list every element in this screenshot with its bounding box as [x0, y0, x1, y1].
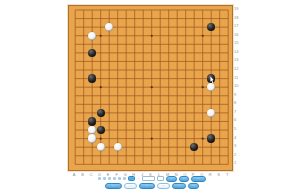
star-point — [202, 86, 204, 88]
nav-first-icon[interactable] — [98, 177, 101, 181]
nav-last-icon[interactable] — [118, 177, 121, 181]
star-point — [100, 35, 102, 37]
star-point — [151, 86, 153, 88]
coord-label-right: 6 — [234, 118, 241, 122]
star-point — [100, 86, 102, 88]
star-point — [202, 35, 204, 37]
move-number-label: ·· — [137, 176, 140, 181]
nav-end-icon[interactable] — [123, 177, 126, 181]
coord-label-right: 11 — [234, 76, 241, 80]
toolbar1-button-2[interactable]: ·· — [179, 176, 189, 182]
toolbar-row-2: ·············· — [0, 183, 304, 190]
coord-label-right: 19 — [234, 7, 241, 11]
coord-label-right: 8 — [234, 101, 241, 105]
coord-label-right: 18 — [234, 16, 241, 20]
coord-label-right: 5 — [234, 127, 241, 131]
toolbar1-button-3[interactable]: ··· — [191, 176, 206, 182]
toolbar2-button-2[interactable]: ·· — [124, 183, 137, 189]
count-input[interactable] — [157, 176, 164, 182]
toolbar2-button-6[interactable]: ·· — [188, 183, 199, 189]
star-point — [100, 138, 102, 140]
toolbar2-button-4[interactable]: ·· — [157, 183, 170, 189]
toolbar1-button-1[interactable]: ·· — [166, 176, 177, 182]
coord-label-right: 15 — [234, 41, 241, 45]
coord-label-right: 3 — [234, 144, 241, 148]
toolbar2-button-3[interactable]: ··· — [139, 183, 155, 189]
black-stone — [88, 117, 96, 125]
coord-label-right: 4 — [234, 136, 241, 140]
coord-label-right: 12 — [234, 67, 241, 71]
coord-label-right: 9 — [234, 93, 241, 97]
toolbar2-button-5[interactable]: ·· — [172, 183, 186, 189]
move-input[interactable] — [142, 176, 155, 182]
coord-label-right: 7 — [234, 110, 241, 114]
move-confirm-button[interactable] — [128, 176, 135, 182]
toolbar2-button-1[interactable]: ··· — [105, 183, 122, 189]
star-point — [151, 138, 153, 140]
coord-label-right: 1 — [234, 161, 241, 165]
black-stone — [97, 109, 105, 117]
black-stone — [97, 126, 105, 134]
star-point — [151, 35, 153, 37]
toolbar-row-1: ········· — [0, 175, 304, 182]
star-point — [202, 138, 204, 140]
go-board[interactable] — [68, 5, 233, 171]
nav-next-icon[interactable] — [113, 177, 116, 181]
coord-label-right: 10 — [234, 84, 241, 88]
coord-label-right: 16 — [234, 33, 241, 37]
coord-label-right: 2 — [234, 153, 241, 157]
nav-prev-icon[interactable] — [103, 177, 106, 181]
nav-mark-icon[interactable] — [108, 177, 111, 181]
coord-label-right: 14 — [234, 50, 241, 54]
coord-label-right: 17 — [234, 24, 241, 28]
coord-label-right: 13 — [234, 58, 241, 62]
